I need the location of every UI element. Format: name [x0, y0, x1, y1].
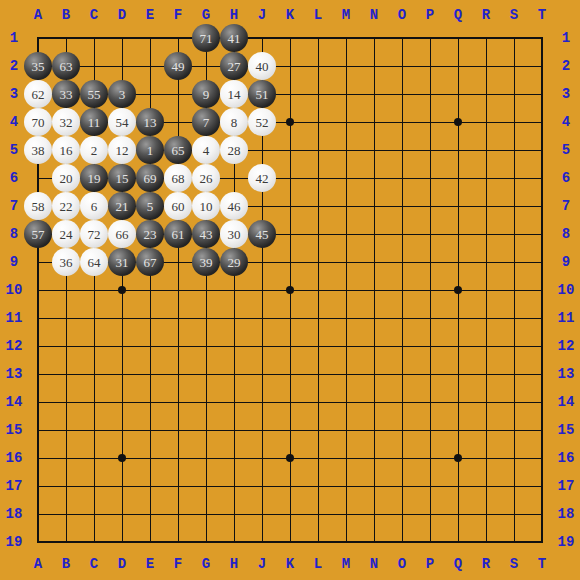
stone-number: 62: [32, 88, 45, 101]
stone-white-58: 58: [24, 192, 52, 220]
star-point: [118, 454, 126, 462]
stone-black-11: 11: [80, 108, 108, 136]
stone-black-43: 43: [192, 220, 220, 248]
coord-label-right-5: 5: [562, 142, 570, 158]
stone-white-40: 40: [248, 52, 276, 80]
coord-label-left-5: 5: [10, 142, 18, 158]
coord-label-top-R: R: [482, 7, 490, 23]
coord-label-top-S: S: [510, 7, 518, 23]
stone-number: 3: [119, 88, 126, 101]
stone-black-35: 35: [24, 52, 52, 80]
stone-white-26: 26: [192, 164, 220, 192]
grid-line: [37, 514, 543, 515]
coord-label-left-2: 2: [10, 58, 18, 74]
coord-label-bottom-C: C: [90, 556, 98, 572]
stone-white-64: 64: [80, 248, 108, 276]
coord-label-top-K: K: [286, 7, 294, 23]
grid-line: [402, 37, 403, 543]
coord-label-right-19: 19: [558, 534, 575, 550]
coord-label-top-F: F: [174, 7, 182, 23]
coord-label-top-P: P: [426, 7, 434, 23]
stone-black-19: 19: [80, 164, 108, 192]
stone-number: 61: [172, 228, 185, 241]
grid-line: [374, 37, 375, 543]
stone-white-60: 60: [164, 192, 192, 220]
stone-number: 43: [200, 228, 213, 241]
coord-label-right-12: 12: [558, 338, 575, 354]
coord-label-top-Q: Q: [454, 7, 462, 23]
stone-white-54: 54: [108, 108, 136, 136]
star-point: [454, 454, 462, 462]
stone-black-67: 67: [136, 248, 164, 276]
coord-label-right-2: 2: [562, 58, 570, 74]
stone-white-66: 66: [108, 220, 136, 248]
stone-number: 55: [88, 88, 101, 101]
coord-label-bottom-L: L: [314, 556, 322, 572]
stone-number: 12: [116, 144, 129, 157]
coord-label-left-1: 1: [10, 30, 18, 46]
star-point: [286, 286, 294, 294]
coord-label-bottom-O: O: [398, 556, 406, 572]
stone-black-33: 33: [52, 80, 80, 108]
grid-line: [318, 37, 319, 543]
coord-label-right-11: 11: [558, 310, 575, 326]
stone-white-30: 30: [220, 220, 248, 248]
stone-white-2: 2: [80, 136, 108, 164]
stone-white-72: 72: [80, 220, 108, 248]
stone-black-13: 13: [136, 108, 164, 136]
stone-white-8: 8: [220, 108, 248, 136]
stone-white-16: 16: [52, 136, 80, 164]
coord-label-bottom-K: K: [286, 556, 294, 572]
coord-label-bottom-N: N: [370, 556, 378, 572]
stone-white-42: 42: [248, 164, 276, 192]
coord-label-left-6: 6: [10, 170, 18, 186]
stone-black-9: 9: [192, 80, 220, 108]
coord-label-right-7: 7: [562, 198, 570, 214]
coord-label-bottom-A: A: [34, 556, 42, 572]
stone-number: 21: [116, 200, 129, 213]
stone-number: 24: [60, 228, 73, 241]
stone-number: 32: [60, 116, 73, 129]
stone-black-69: 69: [136, 164, 164, 192]
coord-label-right-4: 4: [562, 114, 570, 130]
stone-number: 6: [91, 200, 98, 213]
stone-black-5: 5: [136, 192, 164, 220]
stone-white-22: 22: [52, 192, 80, 220]
goban-page: AABBCCDDEEFFGGHHJJKKLLMMNNOOPPQQRRSSTT11…: [0, 0, 580, 580]
coord-label-left-15: 15: [6, 422, 23, 438]
coord-label-left-19: 19: [6, 534, 23, 550]
grid-line: [541, 37, 543, 543]
stone-white-62: 62: [24, 80, 52, 108]
stone-number: 41: [228, 32, 241, 45]
stone-number: 13: [144, 116, 157, 129]
coord-label-left-4: 4: [10, 114, 18, 130]
stone-number: 72: [88, 228, 101, 241]
stone-number: 30: [228, 228, 241, 241]
stone-number: 60: [172, 200, 185, 213]
stone-number: 39: [200, 256, 213, 269]
coord-label-left-14: 14: [6, 394, 23, 410]
stone-number: 7: [203, 116, 210, 129]
coord-label-bottom-M: M: [342, 556, 350, 572]
coord-label-top-T: T: [538, 7, 546, 23]
coord-label-top-N: N: [370, 7, 378, 23]
stone-black-3: 3: [108, 80, 136, 108]
grid-line: [37, 541, 543, 543]
grid-line: [430, 37, 431, 543]
coord-label-right-10: 10: [558, 282, 575, 298]
coord-label-bottom-G: G: [202, 556, 210, 572]
stone-white-28: 28: [220, 136, 248, 164]
stone-black-7: 7: [192, 108, 220, 136]
stone-number: 52: [256, 116, 269, 129]
stone-number: 33: [60, 88, 73, 101]
stone-number: 68: [172, 172, 185, 185]
grid-line: [37, 346, 543, 347]
coord-label-left-13: 13: [6, 366, 23, 382]
stone-number: 2: [91, 144, 98, 157]
star-point: [118, 286, 126, 294]
stone-white-10: 10: [192, 192, 220, 220]
stone-white-52: 52: [248, 108, 276, 136]
coord-label-bottom-H: H: [230, 556, 238, 572]
coord-label-left-12: 12: [6, 338, 23, 354]
stone-white-4: 4: [192, 136, 220, 164]
grid-line: [37, 318, 543, 319]
stone-white-12: 12: [108, 136, 136, 164]
coord-label-top-D: D: [118, 7, 126, 23]
stone-black-1: 1: [136, 136, 164, 164]
stone-number: 42: [256, 172, 269, 185]
stone-number: 4: [203, 144, 210, 157]
coord-label-left-16: 16: [6, 450, 23, 466]
coord-label-top-M: M: [342, 7, 350, 23]
stone-number: 27: [228, 60, 241, 73]
stone-white-38: 38: [24, 136, 52, 164]
stone-black-31: 31: [108, 248, 136, 276]
stone-number: 19: [88, 172, 101, 185]
stone-black-65: 65: [164, 136, 192, 164]
coord-label-right-17: 17: [558, 478, 575, 494]
star-point: [286, 118, 294, 126]
stone-number: 15: [116, 172, 129, 185]
coord-label-right-3: 3: [562, 86, 570, 102]
stone-number: 5: [147, 200, 154, 213]
stone-black-55: 55: [80, 80, 108, 108]
grid-line: [486, 37, 487, 543]
stone-white-32: 32: [52, 108, 80, 136]
coord-label-right-16: 16: [558, 450, 575, 466]
star-point: [454, 118, 462, 126]
coord-label-right-15: 15: [558, 422, 575, 438]
stone-black-21: 21: [108, 192, 136, 220]
coord-label-bottom-P: P: [426, 556, 434, 572]
stone-number: 16: [60, 144, 73, 157]
coord-label-right-18: 18: [558, 506, 575, 522]
stone-number: 57: [32, 228, 45, 241]
stone-black-23: 23: [136, 220, 164, 248]
coord-label-top-G: G: [202, 7, 210, 23]
stone-number: 26: [200, 172, 213, 185]
stone-number: 70: [32, 116, 45, 129]
stone-number: 9: [203, 88, 210, 101]
coord-label-right-8: 8: [562, 226, 570, 242]
star-point: [286, 454, 294, 462]
stone-number: 46: [228, 200, 241, 213]
star-point: [454, 286, 462, 294]
coord-label-top-H: H: [230, 7, 238, 23]
stone-number: 49: [172, 60, 185, 73]
coord-label-bottom-S: S: [510, 556, 518, 572]
grid-line: [346, 37, 347, 543]
coord-label-left-8: 8: [10, 226, 18, 242]
coord-label-top-L: L: [314, 7, 322, 23]
stone-number: 71: [200, 32, 213, 45]
coord-label-bottom-E: E: [146, 556, 154, 572]
stone-black-71: 71: [192, 24, 220, 52]
coord-label-top-J: J: [258, 7, 266, 23]
stone-number: 69: [144, 172, 157, 185]
coord-label-right-6: 6: [562, 170, 570, 186]
stone-number: 40: [256, 60, 269, 73]
coord-label-left-7: 7: [10, 198, 18, 214]
stone-number: 38: [32, 144, 45, 157]
coord-label-left-11: 11: [6, 310, 23, 326]
stone-number: 20: [60, 172, 73, 185]
stone-white-14: 14: [220, 80, 248, 108]
coord-label-left-3: 3: [10, 86, 18, 102]
stone-black-41: 41: [220, 24, 248, 52]
coord-label-right-13: 13: [558, 366, 575, 382]
grid-line: [37, 486, 543, 487]
stone-number: 10: [200, 200, 213, 213]
coord-label-left-18: 18: [6, 506, 23, 522]
stone-number: 22: [60, 200, 73, 213]
stone-number: 64: [88, 256, 101, 269]
stone-number: 67: [144, 256, 157, 269]
coord-label-bottom-F: F: [174, 556, 182, 572]
coord-label-top-B: B: [62, 7, 70, 23]
stone-white-46: 46: [220, 192, 248, 220]
coord-label-top-O: O: [398, 7, 406, 23]
stone-number: 66: [116, 228, 129, 241]
coord-label-bottom-B: B: [62, 556, 70, 572]
stone-number: 8: [231, 116, 238, 129]
stone-number: 14: [228, 88, 241, 101]
stone-number: 29: [228, 256, 241, 269]
coord-label-bottom-D: D: [118, 556, 126, 572]
stone-white-6: 6: [80, 192, 108, 220]
coord-label-right-14: 14: [558, 394, 575, 410]
coord-label-left-10: 10: [6, 282, 23, 298]
coord-label-right-9: 9: [562, 254, 570, 270]
coord-label-bottom-R: R: [482, 556, 490, 572]
grid-line: [37, 402, 543, 403]
stone-number: 58: [32, 200, 45, 213]
stone-number: 36: [60, 256, 73, 269]
grid-line: [37, 430, 543, 431]
stone-number: 35: [32, 60, 45, 73]
grid-line: [514, 37, 515, 543]
stone-black-51: 51: [248, 80, 276, 108]
stone-number: 31: [116, 256, 129, 269]
stone-black-39: 39: [192, 248, 220, 276]
stone-white-70: 70: [24, 108, 52, 136]
stone-white-20: 20: [52, 164, 80, 192]
stone-number: 51: [256, 88, 269, 101]
stone-black-49: 49: [164, 52, 192, 80]
stone-number: 28: [228, 144, 241, 157]
stone-black-27: 27: [220, 52, 248, 80]
coord-label-left-9: 9: [10, 254, 18, 270]
stone-number: 45: [256, 228, 269, 241]
stone-number: 65: [172, 144, 185, 157]
coord-label-bottom-T: T: [538, 556, 546, 572]
stone-white-36: 36: [52, 248, 80, 276]
stone-white-68: 68: [164, 164, 192, 192]
stone-white-24: 24: [52, 220, 80, 248]
stone-black-29: 29: [220, 248, 248, 276]
stone-black-63: 63: [52, 52, 80, 80]
grid-line: [37, 374, 543, 375]
coord-label-top-C: C: [90, 7, 98, 23]
stone-black-15: 15: [108, 164, 136, 192]
coord-label-bottom-Q: Q: [454, 556, 462, 572]
coord-label-top-E: E: [146, 7, 154, 23]
coord-label-left-17: 17: [6, 478, 23, 494]
stone-black-61: 61: [164, 220, 192, 248]
stone-black-57: 57: [24, 220, 52, 248]
stone-black-45: 45: [248, 220, 276, 248]
stone-number: 11: [88, 116, 101, 129]
stone-number: 63: [60, 60, 73, 73]
coord-label-right-1: 1: [562, 30, 570, 46]
stone-number: 23: [144, 228, 157, 241]
coord-label-bottom-J: J: [258, 556, 266, 572]
stone-number: 54: [116, 116, 129, 129]
coord-label-top-A: A: [34, 7, 42, 23]
stone-number: 1: [147, 144, 154, 157]
